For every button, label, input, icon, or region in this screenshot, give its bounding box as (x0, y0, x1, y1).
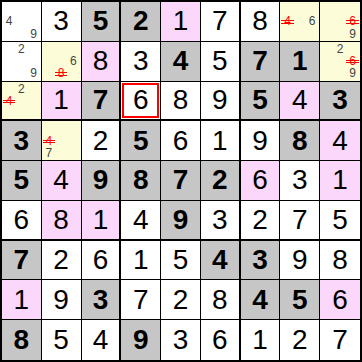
cell-r9c2[interactable]: 5 (42, 320, 82, 360)
entered-digit: 2 (53, 246, 69, 274)
entered-digit: 3 (212, 206, 228, 234)
cell-r8c2[interactable]: 9 (42, 280, 82, 320)
entered-digit: 4 (292, 86, 308, 114)
given-digit: 9 (93, 166, 109, 194)
entered-digit: 5 (53, 326, 69, 354)
cell-r2c4[interactable]: 3 (121, 42, 161, 82)
entered-digit: 3 (133, 47, 149, 75)
given-digit: 5 (14, 166, 30, 194)
cell-r7c3[interactable]: 6 (82, 241, 122, 281)
given-digit: 1 (292, 47, 308, 75)
cell-r9c9[interactable]: 7 (320, 320, 360, 360)
given-digit: 3 (252, 246, 268, 274)
cell-r9c6[interactable]: 6 (201, 320, 241, 360)
cell-r5c7[interactable]: 6 (241, 161, 281, 201)
given-digit: 7 (93, 86, 109, 114)
entered-digit: 3 (53, 7, 69, 35)
candidate-4: 4 (3, 15, 15, 27)
cell-r1c8[interactable]: 46 (280, 2, 320, 42)
cell-r2c7[interactable]: 7 (241, 42, 281, 82)
entered-digit: 9 (252, 127, 268, 155)
candidate-6: 6 (306, 15, 318, 27)
cell-r3c8[interactable]: 4 (280, 82, 320, 122)
given-digit: 4 (173, 47, 189, 75)
entered-digit: 8 (93, 47, 109, 75)
entered-digit: 9 (53, 286, 69, 314)
entered-digit: 4 (133, 206, 149, 234)
entered-digit: 7 (332, 326, 348, 354)
cell-r7c1[interactable]: 7 (2, 241, 42, 281)
cell-r3c5[interactable]: 8 (161, 82, 201, 122)
entered-digit: 1 (53, 86, 69, 114)
cell-r5c4[interactable]: 8 (121, 161, 161, 201)
entered-digit: 1 (212, 127, 228, 155)
entered-digit: 6 (14, 206, 30, 234)
given-digit: 8 (133, 166, 149, 194)
cell-r7c7[interactable]: 3 (241, 241, 281, 281)
cell-r4c8[interactable]: 8 (280, 121, 320, 161)
candidate-4-struck: 4 (43, 135, 55, 147)
cell-r3c4[interactable]: 6 (121, 82, 161, 122)
entered-digit: 6 (173, 127, 189, 155)
candidate-9: 9 (28, 67, 40, 79)
given-digit: 5 (252, 86, 268, 114)
cell-r6c1[interactable]: 6 (2, 201, 42, 241)
cell-r6c7[interactable]: 2 (241, 201, 281, 241)
cell-r2c8[interactable]: 1 (280, 42, 320, 82)
candidate-6: 6 (67, 55, 79, 67)
entered-digit: 4 (93, 326, 109, 354)
entered-digit: 1 (332, 166, 348, 194)
candidate-6-struck: 6 (346, 15, 359, 27)
cell-r1c4[interactable]: 2 (121, 2, 161, 42)
cell-r6c8[interactable]: 7 (280, 201, 320, 241)
cell-r8c8[interactable]: 5 (280, 280, 320, 320)
entered-digit: 7 (292, 206, 308, 234)
candidate-9: 9 (346, 67, 359, 79)
cell-r3c9[interactable]: 3 (320, 82, 360, 122)
given-digit: 3 (332, 86, 348, 114)
given-digit: 8 (14, 326, 30, 354)
given-digit: 4 (212, 246, 228, 274)
given-digit: 3 (14, 127, 30, 155)
entered-digit: 6 (332, 286, 348, 314)
cell-r7c4[interactable]: 1 (121, 241, 161, 281)
candidate-grid: 47 (43, 122, 80, 159)
cell-r1c7[interactable]: 8 (241, 2, 281, 42)
cell-r1c5[interactable]: 1 (161, 2, 201, 42)
cell-r8c6[interactable]: 8 (201, 280, 241, 320)
cell-r9c7[interactable]: 1 (241, 320, 281, 360)
given-digit: 9 (133, 326, 149, 354)
cell-r5c3[interactable]: 9 (82, 161, 122, 201)
cell-r8c1[interactable]: 1 (2, 280, 42, 320)
candidate-4-struck: 4 (281, 15, 293, 27)
cell-r2c5[interactable]: 4 (161, 42, 201, 82)
candidate-grid: 68 (43, 43, 80, 80)
entered-digit: 6 (93, 246, 109, 274)
given-digit: 9 (173, 206, 189, 234)
cell-r9c4[interactable]: 9 (121, 320, 161, 360)
cell-r6c9[interactable]: 5 (320, 201, 360, 241)
cell-r4c4[interactable]: 5 (121, 121, 161, 161)
given-digit: 2 (133, 7, 149, 35)
candidate-grid: 69 (321, 3, 359, 40)
entered-digit: 2 (93, 127, 109, 155)
cell-r4c9[interactable]: 4 (320, 121, 360, 161)
cell-r5c9[interactable]: 1 (320, 161, 360, 201)
given-digit: 2 (212, 166, 228, 194)
candidate-4-struck: 4 (3, 95, 15, 107)
entered-digit: 5 (212, 47, 228, 75)
entered-digit: 8 (212, 286, 228, 314)
given-digit: 5 (133, 127, 149, 155)
given-digit: 7 (14, 246, 30, 274)
cell-r3c1[interactable]: 24 (2, 82, 42, 122)
cell-r7c5[interactable]: 5 (161, 241, 201, 281)
sudoku-board: 4935217846692968834571269241768954334725… (0, 0, 362, 362)
cell-r9c5[interactable]: 3 (161, 320, 201, 360)
cell-r3c2[interactable]: 1 (42, 82, 82, 122)
given-digit: 8 (292, 127, 308, 155)
entered-digit: 9 (212, 86, 228, 114)
cell-r7c6[interactable]: 4 (201, 241, 241, 281)
cell-r5c6[interactable]: 2 (201, 161, 241, 201)
entered-digit: 1 (93, 206, 109, 234)
cell-r1c2[interactable]: 3 (42, 2, 82, 42)
given-digit: 5 (292, 286, 308, 314)
cell-r2c1[interactable]: 29 (2, 42, 42, 82)
entered-digit: 2 (252, 206, 268, 234)
cell-r9c1[interactable]: 8 (2, 320, 42, 360)
cell-r6c4[interactable]: 4 (121, 201, 161, 241)
cell-r7c8[interactable]: 9 (280, 241, 320, 281)
cell-r9c8[interactable]: 2 (280, 320, 320, 360)
cell-r5c2[interactable]: 4 (42, 161, 82, 201)
candidate-grid: 24 (3, 83, 40, 119)
cell-r8c9[interactable]: 6 (320, 280, 360, 320)
entered-digit: 6 (252, 166, 268, 194)
cell-r2c2[interactable]: 68 (42, 42, 82, 82)
cell-r4c3[interactable]: 2 (82, 121, 122, 161)
entered-digit: 9 (292, 246, 308, 274)
cell-r1c1[interactable]: 49 (2, 2, 42, 42)
cell-r6c6[interactable]: 3 (201, 201, 241, 241)
cell-r1c6[interactable]: 7 (201, 2, 241, 42)
cell-r2c9[interactable]: 269 (320, 42, 360, 82)
given-digit: 4 (252, 286, 268, 314)
cell-r2c3[interactable]: 8 (82, 42, 122, 82)
cell-r6c2[interactable]: 8 (42, 201, 82, 241)
cell-r8c3[interactable]: 3 (82, 280, 122, 320)
cell-r1c3[interactable]: 5 (82, 2, 122, 42)
entered-digit: 8 (252, 7, 268, 35)
entered-digit: 7 (212, 7, 228, 35)
entered-digit: 3 (292, 166, 308, 194)
candidate-9: 9 (346, 28, 359, 40)
cell-r6c5[interactable]: 9 (161, 201, 201, 241)
cell-r4c2[interactable]: 47 (42, 121, 82, 161)
cell-r4c6[interactable]: 1 (201, 121, 241, 161)
entered-digit: 6 (133, 86, 149, 114)
entered-digit: 4 (332, 127, 348, 155)
candidate-grid: 49 (3, 3, 40, 40)
cell-r3c6[interactable]: 9 (201, 82, 241, 122)
entered-digit: 4 (53, 166, 69, 194)
entered-digit: 8 (53, 206, 69, 234)
given-digit: 7 (173, 166, 189, 194)
entered-digit: 1 (14, 286, 30, 314)
candidate-7: 7 (43, 147, 55, 159)
cell-r4c7[interactable]: 9 (241, 121, 281, 161)
cell-r7c9[interactable]: 8 (320, 241, 360, 281)
entered-digit: 3 (173, 326, 189, 354)
cell-r1c9[interactable]: 69 (320, 2, 360, 42)
entered-digit: 2 (292, 326, 308, 354)
cell-r5c1[interactable]: 5 (2, 161, 42, 201)
cell-r8c7[interactable]: 4 (241, 280, 281, 320)
entered-digit: 8 (173, 86, 189, 114)
cell-r5c5[interactable]: 7 (161, 161, 201, 201)
candidate-8-struck: 8 (55, 67, 67, 79)
candidate-2: 2 (15, 83, 27, 95)
cell-r3c7[interactable]: 5 (241, 82, 281, 122)
candidate-2: 2 (334, 43, 347, 55)
candidate-grid: 269 (321, 43, 359, 80)
cell-r9c3[interactable]: 4 (82, 320, 122, 360)
entered-digit: 5 (332, 206, 348, 234)
candidate-grid: 29 (3, 43, 40, 80)
cell-r3c3[interactable]: 7 (82, 82, 122, 122)
cell-r4c5[interactable]: 6 (161, 121, 201, 161)
entered-digit: 1 (133, 246, 149, 274)
cell-r8c4[interactable]: 7 (121, 280, 161, 320)
entered-digit: 2 (173, 286, 189, 314)
given-digit: 3 (93, 286, 109, 314)
entered-digit: 8 (332, 246, 348, 274)
cell-r8c5[interactable]: 2 (161, 280, 201, 320)
cell-r5c8[interactable]: 3 (280, 161, 320, 201)
candidate-grid: 46 (281, 3, 318, 40)
entered-digit: 1 (252, 326, 268, 354)
cell-r4c1[interactable]: 3 (2, 121, 42, 161)
cell-r2c6[interactable]: 5 (201, 42, 241, 82)
candidate-9: 9 (28, 28, 40, 40)
entered-digit: 1 (173, 7, 189, 35)
given-digit: 7 (252, 47, 268, 75)
entered-digit: 5 (173, 246, 189, 274)
candidate-2: 2 (15, 43, 27, 55)
entered-digit: 6 (212, 326, 228, 354)
cell-r7c2[interactable]: 2 (42, 241, 82, 281)
cell-r6c3[interactable]: 1 (82, 201, 122, 241)
entered-digit: 7 (133, 286, 149, 314)
given-digit: 5 (93, 7, 109, 35)
